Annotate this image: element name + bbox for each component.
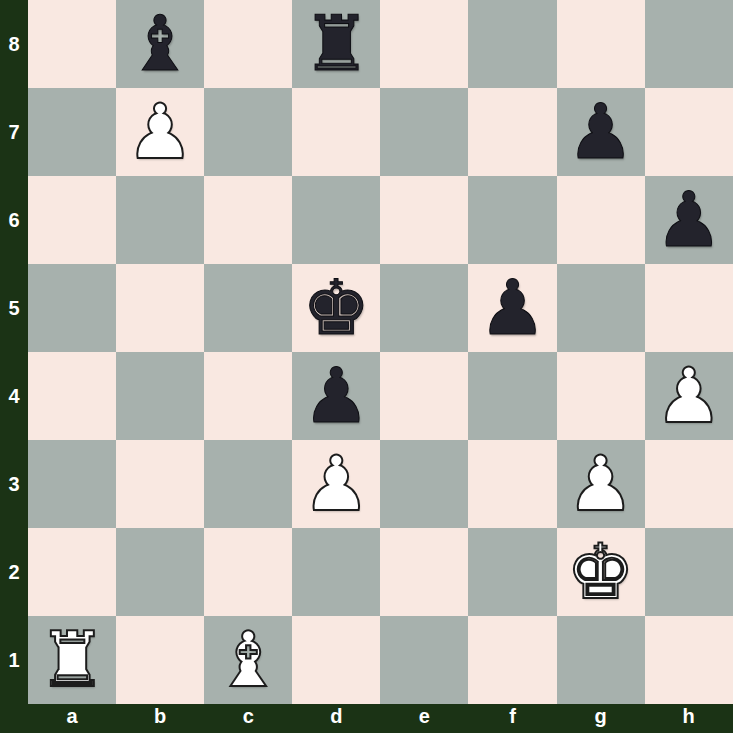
square-a1[interactable]: ♜ — [28, 616, 116, 704]
square-b3[interactable] — [116, 440, 204, 528]
square-f6[interactable] — [468, 176, 556, 264]
square-d3[interactable]: ♟ — [292, 440, 380, 528]
square-h3[interactable] — [645, 440, 733, 528]
square-g6[interactable] — [557, 176, 645, 264]
file-label-b: b — [116, 704, 204, 733]
square-b4[interactable] — [116, 352, 204, 440]
square-c2[interactable] — [204, 528, 292, 616]
square-f7[interactable] — [468, 88, 556, 176]
piece-black-pawn[interactable]: ♟ — [478, 264, 546, 352]
square-a8[interactable] — [28, 0, 116, 88]
square-b5[interactable] — [116, 264, 204, 352]
square-b6[interactable] — [116, 176, 204, 264]
square-g4[interactable] — [557, 352, 645, 440]
square-g2[interactable]: ♚ — [557, 528, 645, 616]
square-f5[interactable]: ♟ — [468, 264, 556, 352]
board-grid: ♝♜♟♟♟♚♟♟♟♟♟♚♜♝ — [28, 0, 733, 704]
file-labels: abcdefgh — [28, 704, 733, 733]
square-f1[interactable] — [468, 616, 556, 704]
square-d1[interactable] — [292, 616, 380, 704]
square-h6[interactable]: ♟ — [645, 176, 733, 264]
square-c3[interactable] — [204, 440, 292, 528]
square-b2[interactable] — [116, 528, 204, 616]
square-g8[interactable] — [557, 0, 645, 88]
square-a4[interactable] — [28, 352, 116, 440]
square-e1[interactable] — [380, 616, 468, 704]
rank-label-8: 8 — [0, 0, 28, 88]
square-a5[interactable] — [28, 264, 116, 352]
square-e5[interactable] — [380, 264, 468, 352]
square-c4[interactable] — [204, 352, 292, 440]
square-d2[interactable] — [292, 528, 380, 616]
square-f4[interactable] — [468, 352, 556, 440]
square-e8[interactable] — [380, 0, 468, 88]
piece-white-pawn[interactable]: ♟ — [302, 440, 370, 528]
square-f8[interactable] — [468, 0, 556, 88]
piece-white-king[interactable]: ♚ — [567, 528, 635, 616]
square-h5[interactable] — [645, 264, 733, 352]
rank-labels: 87654321 — [0, 0, 28, 704]
square-h4[interactable]: ♟ — [645, 352, 733, 440]
square-c5[interactable] — [204, 264, 292, 352]
rank-label-7: 7 — [0, 88, 28, 176]
piece-black-rook[interactable]: ♜ — [302, 0, 370, 88]
square-h1[interactable] — [645, 616, 733, 704]
file-label-g: g — [557, 704, 645, 733]
file-label-a: a — [28, 704, 116, 733]
rank-label-3: 3 — [0, 440, 28, 528]
square-e3[interactable] — [380, 440, 468, 528]
chessboard-frame: 87654321 ♝♜♟♟♟♚♟♟♟♟♟♚♜♝ abcdefgh — [0, 0, 733, 733]
piece-black-king[interactable]: ♚ — [302, 264, 370, 352]
file-label-c: c — [204, 704, 292, 733]
file-label-f: f — [468, 704, 556, 733]
square-g1[interactable] — [557, 616, 645, 704]
piece-black-pawn[interactable]: ♟ — [302, 352, 370, 440]
square-c6[interactable] — [204, 176, 292, 264]
square-d8[interactable]: ♜ — [292, 0, 380, 88]
square-f3[interactable] — [468, 440, 556, 528]
rank-label-5: 5 — [0, 264, 28, 352]
piece-white-pawn[interactable]: ♟ — [567, 440, 635, 528]
file-label-h: h — [645, 704, 733, 733]
square-d6[interactable] — [292, 176, 380, 264]
square-g5[interactable] — [557, 264, 645, 352]
square-a6[interactable] — [28, 176, 116, 264]
rank-label-4: 4 — [0, 352, 28, 440]
square-g7[interactable]: ♟ — [557, 88, 645, 176]
rank-label-1: 1 — [0, 616, 28, 704]
square-e7[interactable] — [380, 88, 468, 176]
square-h2[interactable] — [645, 528, 733, 616]
rank-label-6: 6 — [0, 176, 28, 264]
square-d5[interactable]: ♚ — [292, 264, 380, 352]
piece-black-pawn[interactable]: ♟ — [655, 176, 723, 264]
square-h7[interactable] — [645, 88, 733, 176]
square-d7[interactable] — [292, 88, 380, 176]
piece-white-pawn[interactable]: ♟ — [126, 88, 194, 176]
piece-white-pawn[interactable]: ♟ — [655, 352, 723, 440]
square-e4[interactable] — [380, 352, 468, 440]
piece-white-bishop[interactable]: ♝ — [214, 616, 282, 704]
piece-black-pawn[interactable]: ♟ — [567, 88, 635, 176]
square-e6[interactable] — [380, 176, 468, 264]
square-b8[interactable]: ♝ — [116, 0, 204, 88]
square-c8[interactable] — [204, 0, 292, 88]
square-d4[interactable]: ♟ — [292, 352, 380, 440]
file-label-e: e — [380, 704, 468, 733]
square-g3[interactable]: ♟ — [557, 440, 645, 528]
square-c7[interactable] — [204, 88, 292, 176]
square-a3[interactable] — [28, 440, 116, 528]
square-c1[interactable]: ♝ — [204, 616, 292, 704]
square-b1[interactable] — [116, 616, 204, 704]
square-b7[interactable]: ♟ — [116, 88, 204, 176]
piece-white-rook[interactable]: ♜ — [38, 616, 106, 704]
square-a7[interactable] — [28, 88, 116, 176]
square-h8[interactable] — [645, 0, 733, 88]
rank-label-2: 2 — [0, 528, 28, 616]
file-label-d: d — [292, 704, 380, 733]
square-a2[interactable] — [28, 528, 116, 616]
piece-black-bishop[interactable]: ♝ — [126, 0, 194, 88]
square-e2[interactable] — [380, 528, 468, 616]
square-f2[interactable] — [468, 528, 556, 616]
